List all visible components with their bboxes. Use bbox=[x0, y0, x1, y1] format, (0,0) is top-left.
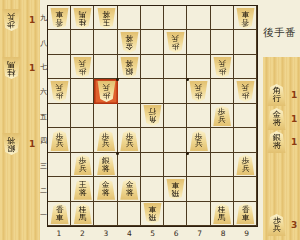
square-8三[interactable] bbox=[211, 153, 234, 177]
square-6六[interactable] bbox=[164, 79, 187, 103]
square-1六[interactable]: 歩兵 bbox=[48, 79, 71, 103]
square-6八[interactable]: 歩兵 bbox=[164, 30, 187, 54]
square-3七[interactable] bbox=[94, 55, 117, 79]
square-3五[interactable] bbox=[94, 104, 117, 128]
square-2五[interactable] bbox=[71, 104, 94, 128]
square-9五[interactable] bbox=[234, 104, 257, 128]
piece-歩兵-sente[interactable]: 歩兵 bbox=[97, 81, 116, 102]
square-7七[interactable] bbox=[187, 55, 210, 79]
piece-歩兵-sente[interactable]: 歩兵 bbox=[73, 57, 92, 78]
piece-歩兵-gote[interactable]: 歩兵 bbox=[236, 154, 255, 175]
piece-歩兵-sente[interactable]: 歩兵 bbox=[189, 81, 208, 102]
hand-count-銀将: 1 bbox=[29, 139, 41, 149]
square-1三[interactable] bbox=[48, 153, 71, 177]
piece-飛車-sente[interactable]: 飛車 bbox=[143, 203, 162, 224]
square-7五[interactable] bbox=[187, 104, 210, 128]
piece-銀将-sente[interactable]: 銀将 bbox=[120, 57, 139, 78]
square-7三[interactable] bbox=[187, 153, 210, 177]
piece-歩兵-sente[interactable]: 歩兵 bbox=[166, 32, 185, 53]
square-1四[interactable]: 歩兵 bbox=[48, 128, 71, 152]
square-8二[interactable] bbox=[211, 177, 234, 201]
square-5八[interactable] bbox=[141, 30, 164, 54]
square-5一[interactable]: 飛車 bbox=[141, 202, 164, 226]
square-1九[interactable]: 香車 bbox=[48, 6, 71, 30]
square-9四[interactable] bbox=[234, 128, 257, 152]
square-8四[interactable] bbox=[211, 128, 234, 152]
square-4四[interactable]: 歩兵 bbox=[118, 128, 141, 152]
square-3六[interactable]: 歩兵 bbox=[94, 79, 117, 103]
square-7六[interactable]: 歩兵 bbox=[187, 79, 210, 103]
piece-歩兵-sente[interactable]: 歩兵 bbox=[213, 57, 232, 78]
rank-label-八: 八 bbox=[40, 38, 48, 48]
square-5九[interactable] bbox=[141, 6, 164, 30]
square-7八[interactable] bbox=[187, 30, 210, 54]
square-4三[interactable] bbox=[118, 153, 141, 177]
square-2三[interactable]: 歩兵 bbox=[71, 153, 94, 177]
square-7一[interactable] bbox=[187, 202, 210, 226]
piece-桂馬-gote[interactable]: 桂馬 bbox=[73, 203, 92, 224]
hand-count-歩兵: 3 bbox=[291, 220, 300, 230]
square-5七[interactable] bbox=[141, 55, 164, 79]
square-8六[interactable] bbox=[211, 79, 234, 103]
square-9八[interactable] bbox=[234, 30, 257, 54]
square-2二[interactable]: 王将 bbox=[71, 177, 94, 201]
hand-count-桂馬: 1 bbox=[29, 63, 41, 73]
piece-桂馬-sente[interactable]: 桂馬 bbox=[73, 8, 92, 29]
rank-label-五: 五 bbox=[40, 112, 48, 122]
star-point bbox=[186, 78, 189, 81]
file-label-5: 5 bbox=[148, 229, 158, 238]
square-3九[interactable]: 玉将 bbox=[94, 6, 117, 30]
square-6九[interactable] bbox=[164, 6, 187, 30]
rank-label-一: 一 bbox=[40, 210, 48, 220]
piece-角行-sente[interactable]: 角行 bbox=[143, 105, 162, 126]
square-7四[interactable]: 歩兵 bbox=[187, 128, 210, 152]
square-3八[interactable] bbox=[94, 30, 117, 54]
square-3三[interactable]: 銀将 bbox=[94, 153, 117, 177]
piece-玉将-sente[interactable]: 玉将 bbox=[97, 8, 116, 29]
file-label-8: 8 bbox=[218, 229, 228, 238]
square-8一[interactable]: 桂馬 bbox=[211, 202, 234, 226]
square-4七[interactable]: 銀将 bbox=[118, 55, 141, 79]
square-3四[interactable]: 歩兵 bbox=[94, 128, 117, 152]
square-7二[interactable] bbox=[187, 177, 210, 201]
square-2六[interactable] bbox=[71, 79, 94, 103]
shogi-app: { "game": "shogi", "status_label": "後手番"… bbox=[0, 0, 300, 240]
board-grid: 香車桂馬玉将香車金将歩兵歩兵銀将歩兵歩兵歩兵歩兵歩兵角行歩兵歩兵歩兵歩兵歩兵歩兵… bbox=[47, 5, 258, 227]
turn-indicator: 後手番 bbox=[259, 26, 300, 40]
rank-label-六: 六 bbox=[40, 87, 48, 97]
square-9七[interactable] bbox=[234, 55, 257, 79]
star-point bbox=[116, 78, 119, 81]
square-1五[interactable] bbox=[48, 104, 71, 128]
file-label-9: 9 bbox=[242, 229, 252, 238]
square-8五[interactable]: 歩兵 bbox=[211, 104, 234, 128]
square-1二[interactable] bbox=[48, 177, 71, 201]
square-9六[interactable]: 歩兵 bbox=[234, 79, 257, 103]
piece-銀将-gote[interactable]: 銀将 bbox=[97, 154, 116, 175]
square-6三[interactable] bbox=[164, 153, 187, 177]
square-3二[interactable]: 金将 bbox=[94, 177, 117, 201]
square-9二[interactable] bbox=[234, 177, 257, 201]
hand-count-角行: 1 bbox=[291, 90, 300, 100]
hand-count-金将: 1 bbox=[291, 114, 300, 124]
piece-歩兵-gote[interactable]: 歩兵 bbox=[213, 105, 232, 126]
piece-桂馬-gote[interactable]: 桂馬 bbox=[213, 203, 232, 224]
square-4二[interactable]: 金将 bbox=[118, 177, 141, 201]
piece-歩兵-gote[interactable]: 歩兵 bbox=[73, 154, 92, 175]
hand-count-銀将: 1 bbox=[291, 137, 300, 147]
file-label-2: 2 bbox=[77, 229, 87, 238]
square-2四[interactable] bbox=[71, 128, 94, 152]
square-5三[interactable] bbox=[141, 153, 164, 177]
rank-label-二: 二 bbox=[40, 186, 48, 196]
piece-歩兵-gote[interactable]: 歩兵 bbox=[50, 130, 69, 151]
square-5五[interactable]: 角行 bbox=[141, 104, 164, 128]
square-2九[interactable]: 桂馬 bbox=[71, 6, 94, 30]
square-8九[interactable] bbox=[211, 6, 234, 30]
square-5四[interactable] bbox=[141, 128, 164, 152]
piece-歩兵-gote[interactable]: 歩兵 bbox=[120, 130, 139, 151]
piece-香車-sente[interactable]: 香車 bbox=[236, 8, 255, 29]
square-6二[interactable]: 飛車 bbox=[164, 177, 187, 201]
file-label-3: 3 bbox=[101, 229, 111, 238]
piece-香車-gote[interactable]: 香車 bbox=[50, 203, 69, 224]
square-6五[interactable] bbox=[164, 104, 187, 128]
square-5二[interactable] bbox=[141, 177, 164, 201]
piece-王将-gote[interactable]: 王将 bbox=[73, 179, 92, 200]
square-1一[interactable]: 香車 bbox=[48, 202, 71, 226]
square-3一[interactable] bbox=[94, 202, 117, 226]
square-8七[interactable]: 歩兵 bbox=[211, 55, 234, 79]
square-9一[interactable]: 香車 bbox=[234, 202, 257, 226]
file-label-7: 7 bbox=[195, 229, 205, 238]
square-2八[interactable] bbox=[71, 30, 94, 54]
rank-label-三: 三 bbox=[40, 161, 48, 171]
square-9三[interactable]: 歩兵 bbox=[234, 153, 257, 177]
square-9九[interactable]: 香車 bbox=[234, 6, 257, 30]
square-6四[interactable] bbox=[164, 128, 187, 152]
piece-金将-gote[interactable]: 金将 bbox=[120, 179, 139, 200]
square-4八[interactable]: 金将 bbox=[118, 30, 141, 54]
piece-香車-gote[interactable]: 香車 bbox=[236, 203, 255, 224]
square-4六[interactable] bbox=[118, 79, 141, 103]
square-6七[interactable] bbox=[164, 55, 187, 79]
star-point bbox=[116, 152, 119, 155]
square-8八[interactable] bbox=[211, 30, 234, 54]
piece-歩兵-sente[interactable]: 歩兵 bbox=[50, 81, 69, 102]
square-4五[interactable] bbox=[118, 104, 141, 128]
sente-hand-tray bbox=[0, 0, 40, 240]
square-1七[interactable] bbox=[48, 55, 71, 79]
file-label-6: 6 bbox=[171, 229, 181, 238]
square-2七[interactable]: 歩兵 bbox=[71, 55, 94, 79]
file-label-1: 1 bbox=[54, 229, 64, 238]
star-point bbox=[186, 152, 189, 155]
square-4九[interactable] bbox=[118, 6, 141, 30]
square-6一[interactable] bbox=[164, 202, 187, 226]
piece-歩兵-sente[interactable]: 歩兵 bbox=[236, 81, 255, 102]
piece-金将-gote[interactable]: 金将 bbox=[97, 179, 116, 200]
piece-金将-sente[interactable]: 金将 bbox=[120, 32, 139, 53]
square-1八[interactable] bbox=[48, 30, 71, 54]
square-4一[interactable] bbox=[118, 202, 141, 226]
hand-count-歩兵: 1 bbox=[29, 15, 41, 25]
square-5六[interactable] bbox=[141, 79, 164, 103]
piece-香車-sente[interactable]: 香車 bbox=[50, 8, 69, 29]
piece-歩兵-gote[interactable]: 歩兵 bbox=[97, 130, 116, 151]
piece-歩兵-gote[interactable]: 歩兵 bbox=[189, 130, 208, 151]
square-2一[interactable]: 桂馬 bbox=[71, 202, 94, 226]
square-7九[interactable] bbox=[187, 6, 210, 30]
piece-飛車-sente[interactable]: 飛車 bbox=[166, 179, 185, 200]
file-label-4: 4 bbox=[124, 229, 134, 238]
